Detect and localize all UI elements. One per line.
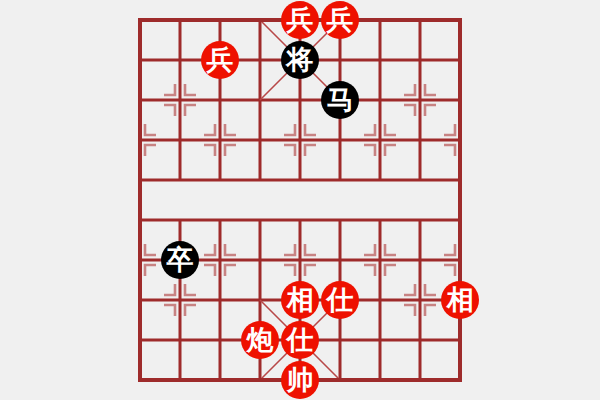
piece-glyph: 仕 (327, 286, 354, 313)
piece-red-elephant[interactable]: 相 (441, 281, 479, 319)
piece-black-horse[interactable]: 马 (321, 81, 359, 119)
piece-red-soldier[interactable]: 兵 (281, 1, 319, 39)
piece-glyph: 兵 (287, 6, 314, 33)
piece-glyph: 仕 (287, 326, 314, 353)
piece-red-cannon[interactable]: 炮 (241, 321, 279, 359)
piece-layer[interactable]: 兵兵兵将马卒相仕相炮仕帅 (120, 0, 480, 400)
piece-red-soldier[interactable]: 兵 (321, 1, 359, 39)
piece-red-advisor[interactable]: 仕 (281, 321, 319, 359)
piece-black-general[interactable]: 将 (281, 41, 319, 79)
piece-glyph: 相 (447, 286, 474, 313)
piece-glyph: 兵 (207, 46, 234, 73)
xiangqi-board[interactable]: 兵兵兵将马卒相仕相炮仕帅 (0, 0, 600, 400)
piece-glyph: 马 (327, 86, 354, 113)
piece-red-general[interactable]: 帅 (281, 361, 319, 399)
piece-glyph: 帅 (287, 366, 314, 393)
piece-glyph: 将 (287, 46, 314, 73)
piece-red-advisor[interactable]: 仕 (321, 281, 359, 319)
piece-red-elephant[interactable]: 相 (281, 281, 319, 319)
piece-red-soldier[interactable]: 兵 (201, 41, 239, 79)
piece-glyph: 相 (287, 286, 314, 313)
piece-black-soldier[interactable]: 卒 (161, 241, 199, 279)
piece-glyph: 卒 (167, 246, 194, 273)
piece-glyph: 炮 (247, 326, 274, 353)
piece-glyph: 兵 (327, 6, 354, 33)
